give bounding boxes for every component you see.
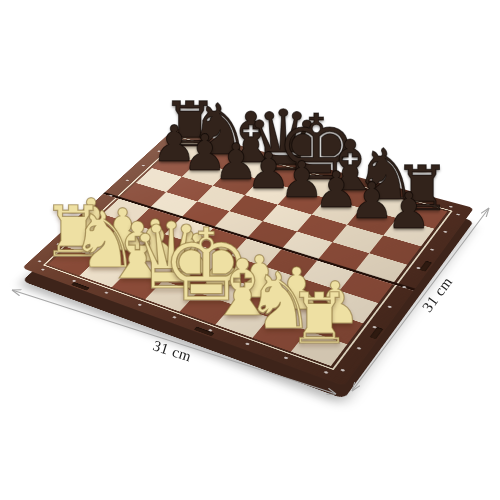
magnet-screw-dot — [430, 248, 435, 251]
magnet-screw-dot — [104, 291, 109, 294]
magnet-screw-dot — [443, 231, 448, 234]
magnet-screw-dot — [138, 303, 143, 306]
magnet-screw-dot — [56, 243, 60, 245]
magnet-screw-dot — [456, 213, 460, 215]
magnet-screw-dot — [157, 150, 161, 152]
magnet-screw-dot — [74, 226, 78, 228]
magnet-screw-dot — [172, 136, 176, 138]
magnet-screw-dot — [245, 151, 249, 153]
magnet-screw-dot — [284, 356, 289, 359]
chess-board — [22, 128, 474, 386]
magnet-screw-dot — [37, 260, 41, 263]
magnet-screw-dot — [172, 316, 177, 319]
magnet-screw-dot — [340, 369, 345, 372]
product-photo: ♜♞♝♛♚♝♞♜♟♟♟♟♟♟♟♟♟♟♟♟♟♟♟♟♜♞♝♛♚♝♞♜ 31 cm 3… — [0, 0, 500, 500]
magnet-screw-dot — [276, 159, 280, 161]
magnet-screw-dot — [342, 177, 346, 179]
magnet-screw-dot — [214, 142, 218, 144]
magnet-screw-dot — [41, 268, 45, 271]
magnet-screw-dot — [141, 165, 145, 167]
magnet-screw-dot — [92, 210, 96, 212]
magnet-screw-dot — [376, 186, 380, 188]
magnet-screw-dot — [449, 206, 453, 208]
magnet-screw-dot — [324, 371, 329, 374]
magnet-screw-dot — [387, 305, 392, 308]
magnet-screw-dot — [412, 196, 416, 198]
magnet-screw-dot — [185, 135, 189, 137]
magnet-screw-dot — [356, 347, 361, 350]
magnet-screw-dot — [245, 342, 250, 345]
magnet-screw-dot — [309, 168, 313, 170]
magnet-screw-dot — [125, 179, 129, 181]
